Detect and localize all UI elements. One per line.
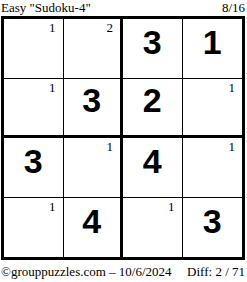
cell-r4c3[interactable]: 1 — [123, 198, 183, 258]
cell-r2c4[interactable]: 1 — [183, 79, 243, 139]
given-digit: 4 — [123, 132, 182, 191]
cell-r1c3[interactable]: 3 — [123, 19, 183, 79]
given-digit: 2 — [123, 73, 182, 130]
difficulty-text: Diff: 2 / 71 — [187, 265, 245, 279]
pencil-mark: 1 — [229, 81, 236, 94]
cell-r1c1[interactable]: 1 — [4, 19, 64, 79]
cell-r3c2[interactable]: 1 — [64, 138, 124, 198]
pencil-mark: 1 — [49, 21, 56, 34]
puzzle-page: Easy "Sudoku-4" 8/16 1231132131411413 ©g… — [0, 0, 247, 282]
cell-r4c2[interactable]: 4 — [64, 198, 124, 258]
pencil-mark: 1 — [168, 200, 175, 213]
cell-r2c1[interactable]: 1 — [4, 79, 64, 139]
sudoku-grid: 1231132131411413 — [1, 16, 245, 260]
given-digit: 1 — [183, 13, 243, 72]
cell-r4c4[interactable]: 3 — [183, 198, 243, 258]
given-digit: 3 — [64, 73, 121, 130]
given-digit: 3 — [123, 13, 182, 72]
pencil-mark: 2 — [107, 21, 114, 34]
cell-r2c2[interactable]: 3 — [64, 79, 124, 139]
cell-r1c2[interactable]: 2 — [64, 19, 124, 79]
cell-r3c4[interactable]: 1 — [183, 138, 243, 198]
copyright-text: ©grouppuzzles.com – 10/6/2024 — [1, 265, 172, 279]
cell-r3c1[interactable]: 3 — [4, 138, 64, 198]
given-digit: 3 — [4, 132, 63, 191]
pencil-mark: 1 — [229, 140, 236, 153]
cell-r1c4[interactable]: 1 — [183, 19, 243, 79]
footer: ©grouppuzzles.com – 10/6/2024 Diff: 2 / … — [0, 260, 247, 279]
pencil-mark: 1 — [49, 81, 56, 94]
cell-r2c3[interactable]: 2 — [123, 79, 183, 139]
pencil-mark: 1 — [107, 140, 114, 153]
cell-r4c1[interactable]: 1 — [4, 198, 64, 258]
given-digit: 4 — [64, 192, 121, 252]
cell-r3c3[interactable]: 4 — [123, 138, 183, 198]
given-digit: 3 — [183, 192, 243, 252]
puzzle-title: Easy "Sudoku-4" — [1, 1, 91, 15]
pencil-mark: 1 — [49, 200, 56, 213]
